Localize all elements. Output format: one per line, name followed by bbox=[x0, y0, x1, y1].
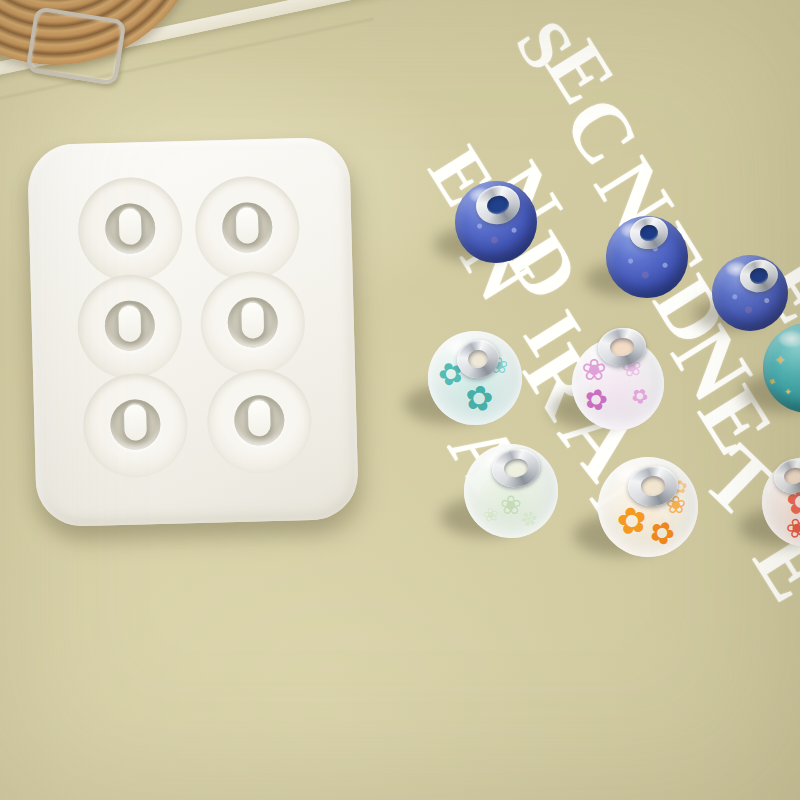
mold-cavity-post bbox=[248, 400, 271, 437]
mold-cavity-hole bbox=[222, 202, 273, 253]
bead-teal-flowers-grommet-hole bbox=[466, 347, 490, 370]
mold-cavity bbox=[82, 372, 189, 479]
bead-blue-2-grommet-hole bbox=[639, 224, 660, 242]
mold-cavity bbox=[194, 175, 301, 282]
bead-coral-flowers-grommet-hole bbox=[783, 466, 800, 487]
mold-cavity bbox=[206, 368, 313, 475]
bead-teal-gold-flower-2: ✦ bbox=[784, 388, 792, 397]
bead-green-clear-grommet-hole bbox=[503, 457, 529, 479]
mold-cavity-post bbox=[124, 404, 147, 441]
bead-blue-1-grommet-hole bbox=[486, 194, 511, 217]
bead-green-clear-flower-0: ❀ bbox=[500, 492, 522, 518]
mold-cavity-post bbox=[236, 207, 259, 244]
coaster-wire-frame bbox=[25, 6, 126, 86]
bead-orange-flowers-grommet-hole bbox=[640, 475, 666, 497]
mold-cavity-hole bbox=[110, 399, 161, 450]
mold-cavity-hole bbox=[105, 203, 156, 254]
mold-cavity-hole bbox=[234, 395, 285, 446]
silicone-bead-mold bbox=[27, 137, 359, 527]
bead-green-clear-flower-2: ❀ bbox=[482, 505, 500, 525]
bead-purple-flowers-grommet-hole bbox=[610, 337, 635, 358]
mold-cavity-hole bbox=[227, 297, 278, 348]
product-photo-stage: Overhead product photo: white silicone b… bbox=[0, 0, 800, 800]
mold-cavity-post bbox=[241, 302, 264, 339]
bead-blue-3-grommet-hole bbox=[748, 267, 769, 286]
mold-cavity bbox=[76, 273, 183, 380]
bead-teal-gold-flower-0: ✦ bbox=[774, 353, 786, 367]
bead-teal-flowers-flower-1: ✿ bbox=[462, 379, 496, 417]
mold-cavity-post bbox=[119, 208, 142, 245]
bead-teal-gold-flower-1: ✦ bbox=[766, 376, 777, 388]
bead-orange-flowers-flower-0: ✿ bbox=[614, 501, 650, 542]
mold-cavity bbox=[77, 176, 184, 283]
mold-cavity-hole bbox=[104, 300, 155, 351]
mold-cavity-post bbox=[118, 305, 141, 342]
mold-cavity bbox=[199, 270, 306, 377]
